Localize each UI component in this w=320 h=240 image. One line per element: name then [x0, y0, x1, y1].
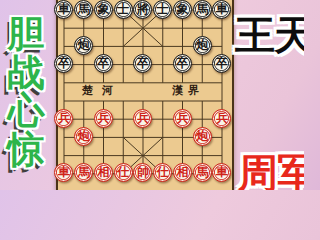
piece-black-士[interactable]: 士 — [114, 0, 133, 19]
piece-black-車[interactable]: 車 — [212, 0, 231, 19]
piece-red-帥[interactable]: 帥 — [133, 163, 152, 182]
piece-red-炮[interactable]: 炮 — [193, 127, 212, 146]
piece-red-仕[interactable]: 仕 — [153, 163, 172, 182]
piece-black-卒[interactable]: 卒 — [94, 54, 113, 73]
piece-red-車[interactable]: 車 — [212, 163, 231, 182]
piece-black-卒[interactable]: 卒 — [133, 54, 152, 73]
piece-red-兵[interactable]: 兵 — [54, 109, 73, 128]
caption-left-vertical: 胆战心惊 — [4, 15, 48, 169]
piece-red-仕[interactable]: 仕 — [114, 163, 133, 182]
piece-black-馬[interactable]: 馬 — [193, 0, 212, 19]
pieces-grid: 車馬象士將士象馬車炮炮卒卒卒卒卒兵兵兵兵兵炮炮車馬相仕帥仕相馬車 — [54, 0, 232, 182]
piece-black-象[interactable]: 象 — [173, 0, 192, 19]
piece-black-卒[interactable]: 卒 — [212, 54, 231, 73]
piece-black-象[interactable]: 象 — [94, 0, 113, 19]
piece-black-炮[interactable]: 炮 — [74, 36, 93, 55]
piece-black-車[interactable]: 車 — [54, 0, 73, 19]
piece-black-士[interactable]: 士 — [153, 0, 172, 19]
piece-red-兵[interactable]: 兵 — [212, 109, 231, 128]
piece-red-車[interactable]: 車 — [54, 163, 73, 182]
piece-black-卒[interactable]: 卒 — [173, 54, 192, 73]
piece-red-兵[interactable]: 兵 — [133, 109, 152, 128]
piece-black-炮[interactable]: 炮 — [193, 36, 212, 55]
piece-red-兵[interactable]: 兵 — [94, 109, 113, 128]
piece-red-相[interactable]: 相 — [94, 163, 113, 182]
caption-player-top-right: 王天一 — [235, 8, 304, 63]
piece-red-炮[interactable]: 炮 — [74, 127, 93, 146]
piece-red-馬[interactable]: 馬 — [74, 163, 93, 182]
piece-red-馬[interactable]: 馬 — [193, 163, 212, 182]
piece-black-卒[interactable]: 卒 — [54, 54, 73, 73]
piece-black-馬[interactable]: 馬 — [74, 0, 93, 19]
piece-red-兵[interactable]: 兵 — [173, 109, 192, 128]
piece-black-將[interactable]: 將 — [133, 0, 152, 19]
piece-red-相[interactable]: 相 — [173, 163, 192, 182]
caption-player-bottom-right: 周军 — [238, 146, 304, 190]
